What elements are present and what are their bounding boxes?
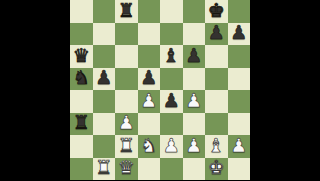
square-h8[interactable] [228,0,251,23]
black-pawn-g7[interactable]: ♟ [208,23,225,42]
square-h6[interactable] [228,45,251,68]
square-d5[interactable]: ♟ [138,68,161,91]
square-e8[interactable] [160,0,183,23]
square-h1[interactable] [228,158,251,181]
square-e6[interactable]: ♝ [160,45,183,68]
white-knight-d2[interactable]: ♞ [140,136,157,155]
square-a1[interactable] [70,158,93,181]
square-b8[interactable] [93,0,116,23]
square-g6[interactable] [205,45,228,68]
square-e5[interactable] [160,68,183,91]
square-h5[interactable] [228,68,251,91]
square-h2[interactable]: ♟ [228,135,251,158]
square-f3[interactable] [183,113,206,136]
white-pawn-f2[interactable]: ♟ [185,136,202,155]
square-f2[interactable]: ♟ [183,135,206,158]
square-b6[interactable] [93,45,116,68]
square-c7[interactable] [115,23,138,46]
square-b5[interactable]: ♟ [93,68,116,91]
square-e4[interactable]: ♟ [160,90,183,113]
square-g7[interactable]: ♟ [205,23,228,46]
black-rook-c8[interactable]: ♜ [118,1,135,20]
square-g3[interactable] [205,113,228,136]
square-f4[interactable]: ♟ [183,90,206,113]
app-window: ♜♚♟♟♛♝♟♞♟♟♟♟♟♜♟♜♞♟♟♝♟♜♛♚ [0,0,320,180]
square-c4[interactable] [115,90,138,113]
white-pawn-c3[interactable]: ♟ [118,113,135,132]
square-d8[interactable] [138,0,161,23]
white-king-g1[interactable]: ♚ [208,158,225,177]
square-h4[interactable] [228,90,251,113]
square-f7[interactable] [183,23,206,46]
square-f8[interactable] [183,0,206,23]
square-g4[interactable] [205,90,228,113]
square-g2[interactable]: ♝ [205,135,228,158]
square-c8[interactable]: ♜ [115,0,138,23]
square-e7[interactable] [160,23,183,46]
square-d7[interactable] [138,23,161,46]
square-d3[interactable] [138,113,161,136]
chess-board[interactable]: ♜♚♟♟♛♝♟♞♟♟♟♟♟♜♟♜♞♟♟♝♟♜♛♚ [70,0,250,180]
square-e3[interactable] [160,113,183,136]
square-f1[interactable] [183,158,206,181]
white-pawn-d4[interactable]: ♟ [140,91,157,110]
white-pawn-f4[interactable]: ♟ [185,91,202,110]
square-f5[interactable] [183,68,206,91]
white-bishop-g2[interactable]: ♝ [208,136,225,155]
letterbox-right [250,0,320,180]
square-g1[interactable]: ♚ [205,158,228,181]
square-b2[interactable] [93,135,116,158]
square-a7[interactable] [70,23,93,46]
square-g8[interactable]: ♚ [205,0,228,23]
white-rook-c2[interactable]: ♜ [118,136,135,155]
square-c5[interactable] [115,68,138,91]
square-e2[interactable]: ♟ [160,135,183,158]
square-d4[interactable]: ♟ [138,90,161,113]
black-bishop-e6[interactable]: ♝ [163,46,180,65]
square-a8[interactable] [70,0,93,23]
black-knight-a5[interactable]: ♞ [73,68,90,87]
black-pawn-b5[interactable]: ♟ [95,68,112,87]
square-a5[interactable]: ♞ [70,68,93,91]
white-queen-c1[interactable]: ♛ [118,158,135,177]
square-c1[interactable]: ♛ [115,158,138,181]
white-pawn-e2[interactable]: ♟ [163,136,180,155]
square-f6[interactable]: ♟ [183,45,206,68]
square-c3[interactable]: ♟ [115,113,138,136]
square-a6[interactable]: ♛ [70,45,93,68]
black-pawn-d5[interactable]: ♟ [140,68,157,87]
black-pawn-f6[interactable]: ♟ [185,46,202,65]
square-d6[interactable] [138,45,161,68]
white-pawn-h2[interactable]: ♟ [230,136,247,155]
black-rook-a3[interactable]: ♜ [73,113,90,132]
square-h3[interactable] [228,113,251,136]
square-c6[interactable] [115,45,138,68]
square-a2[interactable] [70,135,93,158]
black-pawn-h7[interactable]: ♟ [230,23,247,42]
square-b1[interactable]: ♜ [93,158,116,181]
square-b4[interactable] [93,90,116,113]
black-queen-a6[interactable]: ♛ [73,46,90,65]
square-e1[interactable] [160,158,183,181]
square-d1[interactable] [138,158,161,181]
square-b3[interactable] [93,113,116,136]
square-d2[interactable]: ♞ [138,135,161,158]
square-h7[interactable]: ♟ [228,23,251,46]
black-pawn-e4[interactable]: ♟ [163,91,180,110]
square-a3[interactable]: ♜ [70,113,93,136]
square-a4[interactable] [70,90,93,113]
black-king-g8[interactable]: ♚ [208,1,225,20]
square-g5[interactable] [205,68,228,91]
white-rook-b1[interactable]: ♜ [95,158,112,177]
square-b7[interactable] [93,23,116,46]
square-c2[interactable]: ♜ [115,135,138,158]
letterbox-left [0,0,70,180]
